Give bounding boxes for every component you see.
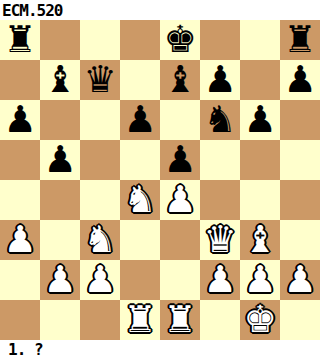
puzzle-title: ECM.520 [2, 1, 62, 20]
square-a8[interactable]: ♜ [0, 20, 40, 60]
square-a4[interactable] [0, 180, 40, 220]
white-pawn[interactable]: ♟ [243, 260, 276, 300]
square-a5[interactable] [0, 140, 40, 180]
square-e7[interactable]: ♝ [160, 60, 200, 100]
black-pawn[interactable]: ♟ [43, 140, 76, 180]
square-h2[interactable]: ♟ [280, 260, 320, 300]
white-pawn[interactable]: ♟ [3, 220, 36, 260]
black-bishop[interactable]: ♝ [43, 60, 76, 100]
black-queen[interactable]: ♛ [83, 60, 116, 100]
square-h6[interactable] [280, 100, 320, 140]
square-e1[interactable]: ♜ [160, 300, 200, 340]
square-g3[interactable]: ♝ [240, 220, 280, 260]
white-queen[interactable]: ♛ [203, 220, 236, 260]
square-e8[interactable]: ♚ [160, 20, 200, 60]
white-pawn[interactable]: ♟ [43, 260, 76, 300]
square-f2[interactable]: ♟ [200, 260, 240, 300]
square-d7[interactable] [120, 60, 160, 100]
square-h7[interactable]: ♟ [280, 60, 320, 100]
square-f4[interactable] [200, 180, 240, 220]
black-pawn[interactable]: ♟ [243, 100, 276, 140]
square-g2[interactable]: ♟ [240, 260, 280, 300]
black-pawn[interactable]: ♟ [203, 60, 236, 100]
white-pawn[interactable]: ♟ [203, 260, 236, 300]
square-h4[interactable] [280, 180, 320, 220]
black-knight[interactable]: ♞ [203, 100, 236, 140]
black-pawn[interactable]: ♟ [283, 60, 316, 100]
square-c6[interactable] [80, 100, 120, 140]
white-knight[interactable]: ♞ [123, 180, 156, 220]
square-e5[interactable]: ♟ [160, 140, 200, 180]
square-g7[interactable] [240, 60, 280, 100]
square-c1[interactable] [80, 300, 120, 340]
square-d1[interactable]: ♜ [120, 300, 160, 340]
square-d8[interactable] [120, 20, 160, 60]
square-d5[interactable] [120, 140, 160, 180]
square-g6[interactable]: ♟ [240, 100, 280, 140]
square-g5[interactable] [240, 140, 280, 180]
square-c2[interactable]: ♟ [80, 260, 120, 300]
square-g8[interactable] [240, 20, 280, 60]
move-prompt: 1. ? [8, 340, 43, 359]
square-f1[interactable] [200, 300, 240, 340]
square-h3[interactable] [280, 220, 320, 260]
square-f5[interactable] [200, 140, 240, 180]
square-h5[interactable] [280, 140, 320, 180]
white-pawn[interactable]: ♟ [83, 260, 116, 300]
square-g1[interactable]: ♚ [240, 300, 280, 340]
square-h8[interactable]: ♜ [280, 20, 320, 60]
square-e3[interactable] [160, 220, 200, 260]
square-e4[interactable]: ♟ [160, 180, 200, 220]
square-f7[interactable]: ♟ [200, 60, 240, 100]
white-rook[interactable]: ♜ [163, 300, 196, 340]
square-e2[interactable] [160, 260, 200, 300]
black-rook[interactable]: ♜ [283, 20, 316, 60]
square-a7[interactable] [0, 60, 40, 100]
square-d6[interactable]: ♟ [120, 100, 160, 140]
square-b2[interactable]: ♟ [40, 260, 80, 300]
square-d3[interactable] [120, 220, 160, 260]
square-c7[interactable]: ♛ [80, 60, 120, 100]
black-pawn[interactable]: ♟ [163, 140, 196, 180]
square-d4[interactable]: ♞ [120, 180, 160, 220]
square-e6[interactable] [160, 100, 200, 140]
square-b6[interactable] [40, 100, 80, 140]
white-pawn[interactable]: ♟ [163, 180, 196, 220]
square-c5[interactable] [80, 140, 120, 180]
black-pawn[interactable]: ♟ [123, 100, 156, 140]
square-b1[interactable] [40, 300, 80, 340]
black-rook[interactable]: ♜ [3, 20, 36, 60]
square-a6[interactable]: ♟ [0, 100, 40, 140]
square-b5[interactable]: ♟ [40, 140, 80, 180]
chess-board: ♜♚♜♝♛♝♟♟♟♟♞♟♟♟♞♟♟♞♛♝♟♟♟♟♟♜♜♚ [0, 20, 320, 340]
square-f6[interactable]: ♞ [200, 100, 240, 140]
white-bishop[interactable]: ♝ [243, 220, 276, 260]
square-g4[interactable] [240, 180, 280, 220]
square-a1[interactable] [0, 300, 40, 340]
square-h1[interactable] [280, 300, 320, 340]
white-king[interactable]: ♚ [243, 300, 276, 340]
black-bishop[interactable]: ♝ [163, 60, 196, 100]
square-a2[interactable] [0, 260, 40, 300]
square-c3[interactable]: ♞ [80, 220, 120, 260]
square-b3[interactable] [40, 220, 80, 260]
square-f8[interactable] [200, 20, 240, 60]
square-c4[interactable] [80, 180, 120, 220]
square-b8[interactable] [40, 20, 80, 60]
square-b4[interactable] [40, 180, 80, 220]
square-a3[interactable]: ♟ [0, 220, 40, 260]
chess-puzzle-window: ECM.520 ♜♚♜♝♛♝♟♟♟♟♞♟♟♟♞♟♟♞♛♝♟♟♟♟♟♜♜♚ 1. … [0, 0, 320, 360]
black-pawn[interactable]: ♟ [3, 100, 36, 140]
square-f3[interactable]: ♛ [200, 220, 240, 260]
white-knight[interactable]: ♞ [83, 220, 116, 260]
square-b7[interactable]: ♝ [40, 60, 80, 100]
black-king[interactable]: ♚ [163, 20, 196, 60]
white-pawn[interactable]: ♟ [283, 260, 316, 300]
white-rook[interactable]: ♜ [123, 300, 156, 340]
square-c8[interactable] [80, 20, 120, 60]
square-d2[interactable] [120, 260, 160, 300]
